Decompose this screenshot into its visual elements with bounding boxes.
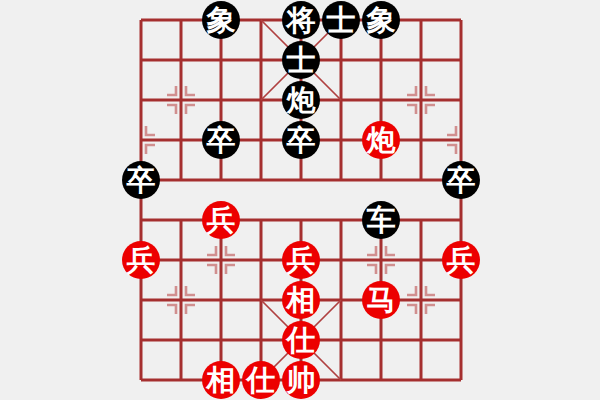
piece-red-elephant[interactable]: 相 [202, 361, 240, 399]
xiangqi-board: 象将士象士炮卒卒炮卒卒兵车兵兵兵相马仕相仕帅 [0, 0, 600, 400]
piece-black-soldier[interactable]: 卒 [442, 161, 480, 199]
piece-red-king[interactable]: 帅 [282, 361, 320, 399]
piece-red-advisor[interactable]: 仕 [242, 361, 280, 399]
piece-black-elephant[interactable]: 象 [202, 1, 240, 39]
piece-black-soldier[interactable]: 卒 [202, 121, 240, 159]
piece-black-advisor[interactable]: 士 [322, 1, 360, 39]
piece-black-elephant[interactable]: 象 [362, 1, 400, 39]
piece-red-horse[interactable]: 马 [362, 281, 400, 319]
piece-red-soldier[interactable]: 兵 [442, 241, 480, 279]
piece-red-elephant[interactable]: 相 [282, 281, 320, 319]
piece-black-king[interactable]: 将 [282, 1, 320, 39]
piece-red-soldier[interactable]: 兵 [202, 201, 240, 239]
piece-black-soldier[interactable]: 卒 [122, 161, 160, 199]
piece-red-advisor[interactable]: 仕 [282, 321, 320, 359]
piece-red-cannon[interactable]: 炮 [362, 121, 400, 159]
piece-black-chariot[interactable]: 车 [362, 201, 400, 239]
pieces-layer: 象将士象士炮卒卒炮卒卒兵车兵兵兵相马仕相仕帅 [121, 0, 481, 400]
piece-red-soldier[interactable]: 兵 [282, 241, 320, 279]
piece-black-soldier[interactable]: 卒 [282, 121, 320, 159]
piece-red-soldier[interactable]: 兵 [122, 241, 160, 279]
piece-black-cannon[interactable]: 炮 [282, 81, 320, 119]
piece-black-advisor[interactable]: 士 [282, 41, 320, 79]
